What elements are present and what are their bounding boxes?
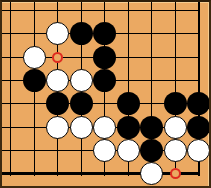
white-stone <box>46 116 69 139</box>
white-stone <box>70 69 93 92</box>
board-point-c6-r4[interactable] <box>116 69 140 92</box>
board-point-c9-r8[interactable] <box>187 162 211 185</box>
board-point-c4-r2[interactable] <box>69 22 93 45</box>
board-point-c8-r1[interactable] <box>163 0 187 22</box>
white-stone <box>187 139 210 162</box>
board-point-c9-r3[interactable] <box>187 46 211 69</box>
white-stone <box>93 116 116 139</box>
white-stone <box>93 139 116 162</box>
board-point-c7-r5[interactable] <box>140 92 164 115</box>
board-point-c7-r3[interactable] <box>140 46 164 69</box>
board-point-c9-r5[interactable] <box>187 92 211 115</box>
black-stone <box>46 92 69 115</box>
board-point-c8-r7[interactable] <box>163 139 187 162</box>
board-point-c3-r1[interactable] <box>46 0 70 22</box>
board-point-c5-r6[interactable] <box>93 116 117 139</box>
board-point-c9-r4[interactable] <box>187 69 211 92</box>
black-stone <box>23 69 46 92</box>
black-stone <box>117 116 140 139</box>
board-point-c5-r4[interactable] <box>93 69 117 92</box>
board-point-c1-r4[interactable] <box>0 69 22 92</box>
board-point-c5-r2[interactable] <box>93 22 117 45</box>
board-point-c7-r6[interactable] <box>140 116 164 139</box>
red-circle-marker <box>52 52 63 63</box>
board-point-c4-r3[interactable] <box>69 46 93 69</box>
go-board-diagram <box>0 0 211 188</box>
board-point-c8-r3[interactable] <box>163 46 187 69</box>
board-point-c3-r5[interactable] <box>46 92 70 115</box>
board-point-c5-r1[interactable] <box>93 0 117 22</box>
board-point-c9-r1[interactable] <box>187 0 211 22</box>
board-point-c6-r3[interactable] <box>116 46 140 69</box>
board-point-c4-r5[interactable] <box>69 92 93 115</box>
board-point-c3-r3[interactable] <box>46 46 70 69</box>
board-point-c7-r1[interactable] <box>140 0 164 22</box>
board-point-c1-r1[interactable] <box>0 0 22 22</box>
board-point-c2-r6[interactable] <box>22 116 46 139</box>
board-point-c1-r8[interactable] <box>0 162 22 185</box>
board-point-c6-r7[interactable] <box>116 139 140 162</box>
white-stone <box>164 139 187 162</box>
board-point-c6-r1[interactable] <box>116 0 140 22</box>
board-point-c8-r8[interactable] <box>163 162 187 185</box>
white-stone <box>117 139 140 162</box>
black-stone <box>164 92 187 115</box>
black-stone <box>140 116 163 139</box>
board-point-c2-r5[interactable] <box>22 92 46 115</box>
board-point-c8-r2[interactable] <box>163 22 187 45</box>
board-point-c2-r2[interactable] <box>22 22 46 45</box>
white-stone <box>140 162 163 185</box>
board-point-c7-r4[interactable] <box>140 69 164 92</box>
board-point-c4-r1[interactable] <box>69 0 93 22</box>
board-point-c5-r8[interactable] <box>93 162 117 185</box>
board-point-c2-r3[interactable] <box>22 46 46 69</box>
board-point-c5-r3[interactable] <box>93 46 117 69</box>
board-point-c2-r4[interactable] <box>22 69 46 92</box>
white-stone <box>23 46 46 69</box>
board-point-c2-r7[interactable] <box>22 139 46 162</box>
board-point-c2-r8[interactable] <box>22 162 46 185</box>
board-point-c8-r6[interactable] <box>163 116 187 139</box>
red-circle-marker <box>170 168 181 179</box>
board-point-c1-r6[interactable] <box>0 116 22 139</box>
white-stone <box>70 116 93 139</box>
board-point-c3-r7[interactable] <box>46 139 70 162</box>
black-stone <box>70 22 93 45</box>
black-stone <box>187 92 210 115</box>
black-stone <box>140 139 163 162</box>
board-point-c2-r1[interactable] <box>22 0 46 22</box>
board-point-c6-r8[interactable] <box>116 162 140 185</box>
board-point-c3-r4[interactable] <box>46 69 70 92</box>
black-stone <box>93 46 116 69</box>
board-point-c8-r4[interactable] <box>163 69 187 92</box>
board-point-c1-r5[interactable] <box>0 92 22 115</box>
board-point-c5-r7[interactable] <box>93 139 117 162</box>
white-stone <box>46 69 69 92</box>
black-stone <box>117 92 140 115</box>
board-point-c4-r8[interactable] <box>69 162 93 185</box>
board-point-c1-r3[interactable] <box>0 46 22 69</box>
board-point-c8-r5[interactable] <box>163 92 187 115</box>
board-point-c4-r6[interactable] <box>69 116 93 139</box>
board-point-c4-r7[interactable] <box>69 139 93 162</box>
board-point-c6-r6[interactable] <box>116 116 140 139</box>
board-point-c9-r6[interactable] <box>187 116 211 139</box>
board-grid <box>0 0 210 186</box>
board-point-c3-r8[interactable] <box>46 162 70 185</box>
board-point-c7-r8[interactable] <box>140 162 164 185</box>
board-point-c1-r2[interactable] <box>0 22 22 45</box>
white-stone <box>46 22 69 45</box>
board-point-c9-r2[interactable] <box>187 22 211 45</box>
white-stone <box>164 116 187 139</box>
black-stone <box>93 22 116 45</box>
black-stone <box>187 116 210 139</box>
board-point-c4-r4[interactable] <box>69 69 93 92</box>
board-point-c7-r2[interactable] <box>140 22 164 45</box>
board-point-c5-r5[interactable] <box>93 92 117 115</box>
board-point-c6-r5[interactable] <box>116 92 140 115</box>
black-stone <box>93 69 116 92</box>
board-point-c1-r7[interactable] <box>0 139 22 162</box>
board-point-c7-r7[interactable] <box>140 139 164 162</box>
board-point-c3-r6[interactable] <box>46 116 70 139</box>
black-stone <box>70 92 93 115</box>
board-point-c6-r2[interactable] <box>116 22 140 45</box>
board-point-c9-r7[interactable] <box>187 139 211 162</box>
board-point-c3-r2[interactable] <box>46 22 70 45</box>
